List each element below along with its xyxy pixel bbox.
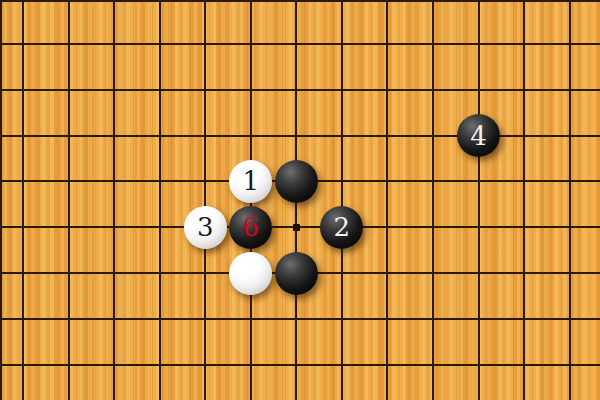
grid-line-horizontal bbox=[0, 364, 600, 366]
stone-move-number: 4 bbox=[470, 123, 487, 149]
grid-line-vertical bbox=[204, 0, 206, 400]
grid-line-vertical bbox=[386, 0, 388, 400]
black-stone-move-6[interactable]: 6 bbox=[229, 206, 272, 249]
grid-line-vertical bbox=[523, 0, 525, 400]
grid-line-vertical bbox=[432, 0, 434, 400]
grid-line-horizontal bbox=[0, 43, 600, 45]
grid-line-vertical bbox=[22, 0, 24, 400]
board-edge-line-left bbox=[0, 0, 2, 400]
stone-move-number: 1 bbox=[242, 168, 259, 194]
grid-line-horizontal bbox=[0, 135, 600, 137]
grid-line-vertical bbox=[341, 0, 343, 400]
black-stone[interactable] bbox=[275, 160, 318, 203]
white-stone-move-3[interactable]: 3 bbox=[184, 206, 227, 249]
go-board[interactable]: 13624 bbox=[0, 0, 600, 400]
white-stone[interactable] bbox=[229, 252, 272, 295]
grid-line-vertical bbox=[68, 0, 70, 400]
grid-line-horizontal bbox=[0, 89, 600, 91]
stone-move-number: 2 bbox=[334, 214, 351, 240]
stone-move-number: 6 bbox=[242, 214, 259, 240]
board-edge-line-top bbox=[0, 0, 600, 2]
white-stone-move-1[interactable]: 1 bbox=[229, 160, 272, 203]
grid-line-horizontal bbox=[0, 226, 600, 228]
black-stone-move-2[interactable]: 2 bbox=[320, 206, 363, 249]
grid-line-vertical bbox=[159, 0, 161, 400]
grid-line-vertical bbox=[478, 0, 480, 400]
stone-move-number: 3 bbox=[197, 214, 214, 240]
grid-line-horizontal bbox=[0, 318, 600, 320]
black-stone[interactable] bbox=[275, 252, 318, 295]
black-stone-move-4[interactable]: 4 bbox=[457, 114, 500, 157]
star-point bbox=[293, 224, 300, 231]
grid-line-vertical bbox=[113, 0, 115, 400]
grid-line-vertical bbox=[569, 0, 571, 400]
